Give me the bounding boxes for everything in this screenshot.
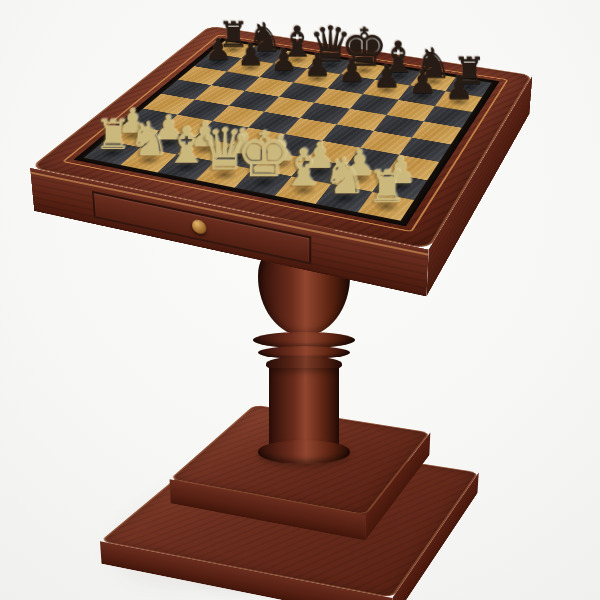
white-rook: ♜ <box>366 164 406 209</box>
black-pawn: ♟ <box>408 66 437 98</box>
square-h1: ♜ <box>358 192 415 221</box>
white-rook: ♜ <box>94 114 131 155</box>
black-pawn: ♟ <box>444 71 473 103</box>
black-pawn: ♟ <box>372 60 400 91</box>
white-bishop: ♝ <box>280 142 326 193</box>
drawer-knob <box>192 219 207 236</box>
square-h6 <box>424 106 472 128</box>
square-g5 <box>374 115 424 138</box>
column-shaft <box>269 368 339 444</box>
black-pawn: ♟ <box>338 55 366 86</box>
column-foot-collar <box>258 440 350 464</box>
black-pawn: ♟ <box>270 44 297 75</box>
black-pawn: ♟ <box>205 34 232 64</box>
square-e5 <box>300 103 350 125</box>
black-pawn: ♟ <box>303 49 331 80</box>
white-knight: ♞ <box>322 151 367 201</box>
table-top: ♜♞♝♛♚♝♞♜♟♟♟♟♟♟♟♟♟♟♟♟♟♟♟♟♜♞♝♛♚♝♞♜ <box>108 0 492 310</box>
black-pawn: ♟ <box>237 39 264 69</box>
chess-table-photo: ♜♞♝♛♚♝♞♜♟♟♟♟♟♟♟♟♟♟♟♟♟♟♟♟♜♞♝♛♚♝♞♜ <box>0 0 600 600</box>
